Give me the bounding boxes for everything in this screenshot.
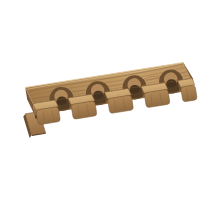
product-photo <box>0 0 200 200</box>
cue-rack-illustration <box>0 0 200 200</box>
